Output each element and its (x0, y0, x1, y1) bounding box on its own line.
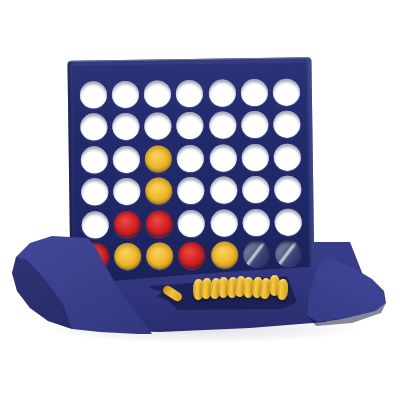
stacked-yellow-disc (276, 279, 288, 301)
connect-four-set-photo (0, 0, 400, 400)
yellow-disc-stack (0, 0, 400, 400)
